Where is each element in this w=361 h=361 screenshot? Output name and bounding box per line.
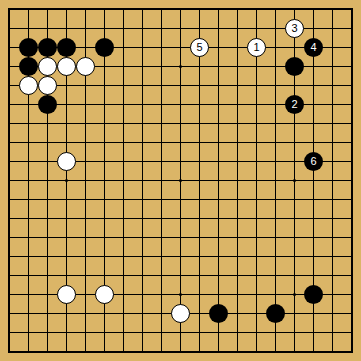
black-stone (57, 38, 76, 57)
go-diagram: 513426 (0, 0, 361, 361)
black-stone (38, 38, 57, 57)
white-stone-move-3: 3 (285, 19, 304, 38)
white-stone-move-1: 1 (247, 38, 266, 57)
white-stone (57, 57, 76, 76)
white-stone-move-5: 5 (190, 38, 209, 57)
white-stone (38, 57, 57, 76)
white-stone (19, 76, 38, 95)
go-board: 513426 (0, 0, 361, 361)
white-stone (76, 57, 95, 76)
white-stone (57, 152, 76, 171)
black-stone (19, 38, 38, 57)
black-stone (38, 95, 57, 114)
black-stone (95, 38, 114, 57)
stones-layer: 513426 (0, 0, 361, 361)
black-stone (285, 57, 304, 76)
black-stone (304, 285, 323, 304)
white-stone (95, 285, 114, 304)
black-stone (19, 57, 38, 76)
black-stone-move-4: 4 (304, 38, 323, 57)
black-stone-move-6: 6 (304, 152, 323, 171)
black-stone-move-2: 2 (285, 95, 304, 114)
black-stone (209, 304, 228, 323)
white-stone (171, 304, 190, 323)
black-stone (266, 304, 285, 323)
white-stone (57, 285, 76, 304)
white-stone (38, 76, 57, 95)
